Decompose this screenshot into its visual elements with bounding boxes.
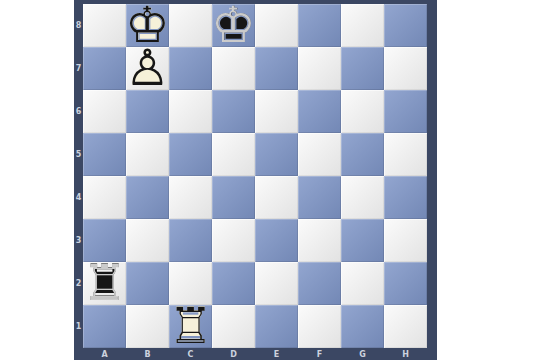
square-g2[interactable] (341, 262, 384, 305)
square-a4[interactable] (83, 176, 126, 219)
white-rook[interactable]: ♜♖ (169, 305, 212, 348)
square-a5[interactable] (83, 133, 126, 176)
square-c3[interactable] (169, 219, 212, 262)
square-a8[interactable] (83, 4, 126, 47)
square-f8[interactable] (298, 4, 341, 47)
square-d4[interactable] (212, 176, 255, 219)
square-b4[interactable] (126, 176, 169, 219)
rank-label-1: 1 (74, 305, 83, 348)
rank-label-3: 3 (74, 219, 83, 262)
file-labels: ABCDEFGH (83, 348, 427, 360)
square-b2[interactable] (126, 262, 169, 305)
square-e4[interactable] (255, 176, 298, 219)
square-e5[interactable] (255, 133, 298, 176)
square-f2[interactable] (298, 262, 341, 305)
square-b3[interactable] (126, 219, 169, 262)
square-f6[interactable] (298, 90, 341, 133)
square-g3[interactable] (341, 219, 384, 262)
page: 87654321 ♚♔♚♔♟♙♜♖♜♖ ABCDEFGH (0, 0, 540, 360)
square-d6[interactable] (212, 90, 255, 133)
white-king[interactable]: ♚♔ (126, 4, 169, 47)
rank-label-7: 7 (74, 47, 83, 90)
square-c5[interactable] (169, 133, 212, 176)
square-g5[interactable] (341, 133, 384, 176)
square-c1[interactable]: ♜♖ (169, 305, 212, 348)
square-h5[interactable] (384, 133, 427, 176)
square-d8[interactable]: ♚♔ (212, 4, 255, 47)
square-d1[interactable] (212, 305, 255, 348)
square-a7[interactable] (83, 47, 126, 90)
file-label-b: B (126, 348, 169, 360)
rank-label-2: 2 (74, 262, 83, 305)
square-b6[interactable] (126, 90, 169, 133)
file-label-d: D (212, 348, 255, 360)
square-c6[interactable] (169, 90, 212, 133)
square-g7[interactable] (341, 47, 384, 90)
square-b7[interactable]: ♟♙ (126, 47, 169, 90)
square-f7[interactable] (298, 47, 341, 90)
square-h2[interactable] (384, 262, 427, 305)
file-label-f: F (298, 348, 341, 360)
square-a3[interactable] (83, 219, 126, 262)
chess-board: 87654321 ♚♔♚♔♟♙♜♖♜♖ ABCDEFGH (74, 0, 437, 360)
square-g8[interactable] (341, 4, 384, 47)
black-king[interactable]: ♚♔ (212, 4, 255, 47)
square-d2[interactable] (212, 262, 255, 305)
square-e7[interactable] (255, 47, 298, 90)
square-h6[interactable] (384, 90, 427, 133)
square-g1[interactable] (341, 305, 384, 348)
file-label-h: H (384, 348, 427, 360)
square-h8[interactable] (384, 4, 427, 47)
square-f5[interactable] (298, 133, 341, 176)
white-pawn[interactable]: ♟♙ (126, 47, 169, 90)
square-g6[interactable] (341, 90, 384, 133)
square-h7[interactable] (384, 47, 427, 90)
square-h4[interactable] (384, 176, 427, 219)
square-h3[interactable] (384, 219, 427, 262)
square-f1[interactable] (298, 305, 341, 348)
board-squares: ♚♔♚♔♟♙♜♖♜♖ (83, 4, 427, 348)
rank-label-6: 6 (74, 90, 83, 133)
file-label-c: C (169, 348, 212, 360)
square-e2[interactable] (255, 262, 298, 305)
file-label-a: A (83, 348, 126, 360)
square-e8[interactable] (255, 4, 298, 47)
rank-labels: 87654321 (74, 4, 83, 348)
square-f3[interactable] (298, 219, 341, 262)
square-a6[interactable] (83, 90, 126, 133)
black-rook[interactable]: ♜♖ (83, 262, 126, 305)
square-d5[interactable] (212, 133, 255, 176)
square-a1[interactable] (83, 305, 126, 348)
square-f4[interactable] (298, 176, 341, 219)
rank-label-4: 4 (74, 176, 83, 219)
rank-label-8: 8 (74, 4, 83, 47)
square-c8[interactable] (169, 4, 212, 47)
square-g4[interactable] (341, 176, 384, 219)
square-d7[interactable] (212, 47, 255, 90)
square-d3[interactable] (212, 219, 255, 262)
square-b1[interactable] (126, 305, 169, 348)
square-a2[interactable]: ♜♖ (83, 262, 126, 305)
file-label-g: G (341, 348, 384, 360)
square-b5[interactable] (126, 133, 169, 176)
rank-label-5: 5 (74, 133, 83, 176)
square-b8[interactable]: ♚♔ (126, 4, 169, 47)
square-c4[interactable] (169, 176, 212, 219)
square-e1[interactable] (255, 305, 298, 348)
square-c2[interactable] (169, 262, 212, 305)
square-h1[interactable] (384, 305, 427, 348)
square-c7[interactable] (169, 47, 212, 90)
square-e6[interactable] (255, 90, 298, 133)
square-e3[interactable] (255, 219, 298, 262)
file-label-e: E (255, 348, 298, 360)
